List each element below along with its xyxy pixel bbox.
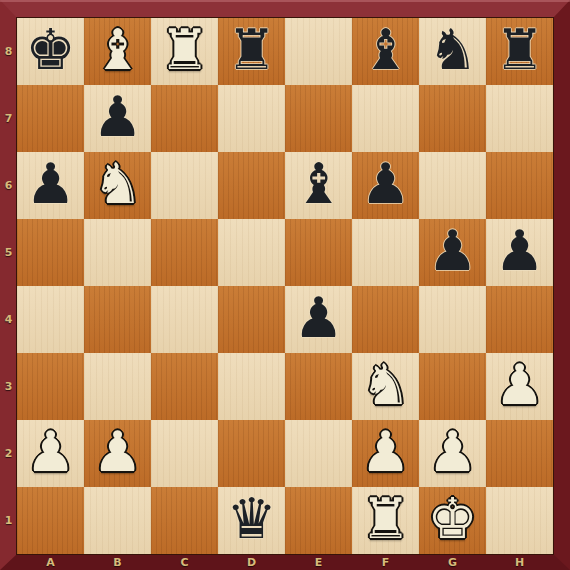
square-a4[interactable] bbox=[17, 286, 84, 353]
square-e7[interactable] bbox=[285, 85, 352, 152]
square-d3[interactable] bbox=[218, 353, 285, 420]
square-e6[interactable]: ♝ bbox=[285, 152, 352, 219]
square-d1[interactable]: ♛ bbox=[218, 487, 285, 554]
square-b1[interactable] bbox=[84, 487, 151, 554]
piece-black-rook[interactable]: ♜ bbox=[226, 22, 276, 78]
piece-white-knight[interactable]: ♞ bbox=[92, 156, 142, 212]
piece-white-knight[interactable]: ♞ bbox=[360, 357, 410, 413]
square-f4[interactable] bbox=[352, 286, 419, 353]
piece-black-queen[interactable]: ♛ bbox=[226, 491, 276, 547]
square-h2[interactable] bbox=[486, 420, 553, 487]
piece-black-pawn[interactable]: ♟ bbox=[92, 89, 142, 145]
square-d4[interactable] bbox=[218, 286, 285, 353]
rank-label: 8 bbox=[0, 18, 17, 85]
file-label: C bbox=[151, 554, 218, 570]
square-a1[interactable] bbox=[17, 487, 84, 554]
piece-black-rook[interactable]: ♜ bbox=[494, 22, 544, 78]
square-d5[interactable] bbox=[218, 219, 285, 286]
square-g7[interactable] bbox=[419, 85, 486, 152]
piece-black-pawn[interactable]: ♟ bbox=[427, 223, 477, 279]
square-b3[interactable] bbox=[84, 353, 151, 420]
square-c1[interactable] bbox=[151, 487, 218, 554]
square-d2[interactable] bbox=[218, 420, 285, 487]
square-g4[interactable] bbox=[419, 286, 486, 353]
rank-label: 5 bbox=[0, 219, 17, 286]
file-label: H bbox=[486, 554, 553, 570]
square-a5[interactable] bbox=[17, 219, 84, 286]
file-labels: ABCDEFGH bbox=[17, 554, 553, 570]
square-c6[interactable] bbox=[151, 152, 218, 219]
piece-black-pawn[interactable]: ♟ bbox=[494, 223, 544, 279]
square-e5[interactable] bbox=[285, 219, 352, 286]
square-h1[interactable] bbox=[486, 487, 553, 554]
square-f7[interactable] bbox=[352, 85, 419, 152]
piece-black-bishop[interactable]: ♝ bbox=[360, 22, 410, 78]
piece-black-pawn[interactable]: ♟ bbox=[25, 156, 75, 212]
chessboard-screenshot: ♚♝♜♜♝♞♜♟♟♞♝♟♟♟♟♞♟♟♟♟♟♛♜♚ 87654321 ABCDEF… bbox=[0, 0, 570, 570]
piece-black-pawn[interactable]: ♟ bbox=[360, 156, 410, 212]
square-a3[interactable] bbox=[17, 353, 84, 420]
square-a2[interactable]: ♟ bbox=[17, 420, 84, 487]
rank-label: 3 bbox=[0, 353, 17, 420]
piece-white-pawn[interactable]: ♟ bbox=[25, 424, 75, 480]
square-b8[interactable]: ♝ bbox=[84, 18, 151, 85]
rank-label: 1 bbox=[0, 487, 17, 554]
square-a6[interactable]: ♟ bbox=[17, 152, 84, 219]
file-label: G bbox=[419, 554, 486, 570]
rank-labels: 87654321 bbox=[0, 18, 17, 554]
square-a7[interactable] bbox=[17, 85, 84, 152]
square-g1[interactable]: ♚ bbox=[419, 487, 486, 554]
square-g5[interactable]: ♟ bbox=[419, 219, 486, 286]
square-f8[interactable]: ♝ bbox=[352, 18, 419, 85]
square-f1[interactable]: ♜ bbox=[352, 487, 419, 554]
square-d6[interactable] bbox=[218, 152, 285, 219]
square-b5[interactable] bbox=[84, 219, 151, 286]
square-c3[interactable] bbox=[151, 353, 218, 420]
rank-label: 2 bbox=[0, 420, 17, 487]
square-a8[interactable]: ♚ bbox=[17, 18, 84, 85]
file-label: E bbox=[285, 554, 352, 570]
square-g2[interactable]: ♟ bbox=[419, 420, 486, 487]
piece-white-king[interactable]: ♚ bbox=[427, 491, 477, 547]
square-e1[interactable] bbox=[285, 487, 352, 554]
square-g6[interactable] bbox=[419, 152, 486, 219]
piece-white-pawn[interactable]: ♟ bbox=[494, 357, 544, 413]
piece-white-bishop[interactable]: ♝ bbox=[92, 22, 142, 78]
square-c2[interactable] bbox=[151, 420, 218, 487]
square-h3[interactable]: ♟ bbox=[486, 353, 553, 420]
square-h5[interactable]: ♟ bbox=[486, 219, 553, 286]
square-b6[interactable]: ♞ bbox=[84, 152, 151, 219]
rank-label: 7 bbox=[0, 85, 17, 152]
square-b4[interactable] bbox=[84, 286, 151, 353]
square-g8[interactable]: ♞ bbox=[419, 18, 486, 85]
piece-black-pawn[interactable]: ♟ bbox=[293, 290, 343, 346]
piece-white-pawn[interactable]: ♟ bbox=[427, 424, 477, 480]
square-c5[interactable] bbox=[151, 219, 218, 286]
piece-black-bishop[interactable]: ♝ bbox=[293, 156, 343, 212]
square-c7[interactable] bbox=[151, 85, 218, 152]
square-c8[interactable]: ♜ bbox=[151, 18, 218, 85]
file-label: F bbox=[352, 554, 419, 570]
square-b2[interactable]: ♟ bbox=[84, 420, 151, 487]
square-b7[interactable]: ♟ bbox=[84, 85, 151, 152]
square-h8[interactable]: ♜ bbox=[486, 18, 553, 85]
square-h7[interactable] bbox=[486, 85, 553, 152]
piece-white-rook[interactable]: ♜ bbox=[360, 491, 410, 547]
piece-white-pawn[interactable]: ♟ bbox=[360, 424, 410, 480]
file-label: B bbox=[84, 554, 151, 570]
rank-label: 6 bbox=[0, 152, 17, 219]
square-f3[interactable]: ♞ bbox=[352, 353, 419, 420]
file-label: A bbox=[17, 554, 84, 570]
square-e8[interactable] bbox=[285, 18, 352, 85]
square-e3[interactable] bbox=[285, 353, 352, 420]
chess-board: ♚♝♜♜♝♞♜♟♟♞♝♟♟♟♟♞♟♟♟♟♟♛♜♚ bbox=[17, 18, 553, 554]
square-f5[interactable] bbox=[352, 219, 419, 286]
piece-black-knight[interactable]: ♞ bbox=[427, 22, 477, 78]
square-c4[interactable] bbox=[151, 286, 218, 353]
square-g3[interactable] bbox=[419, 353, 486, 420]
square-e2[interactable] bbox=[285, 420, 352, 487]
piece-black-king[interactable]: ♚ bbox=[25, 22, 75, 78]
square-d7[interactable] bbox=[218, 85, 285, 152]
square-d8[interactable]: ♜ bbox=[218, 18, 285, 85]
square-f2[interactable]: ♟ bbox=[352, 420, 419, 487]
square-e4[interactable]: ♟ bbox=[285, 286, 352, 353]
file-label: D bbox=[218, 554, 285, 570]
piece-white-pawn[interactable]: ♟ bbox=[92, 424, 142, 480]
square-h4[interactable] bbox=[486, 286, 553, 353]
square-h6[interactable] bbox=[486, 152, 553, 219]
rank-label: 4 bbox=[0, 286, 17, 353]
piece-white-rook[interactable]: ♜ bbox=[159, 22, 209, 78]
square-f6[interactable]: ♟ bbox=[352, 152, 419, 219]
